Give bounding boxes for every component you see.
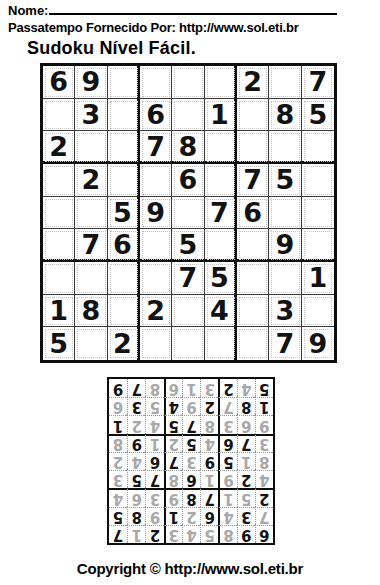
sudoku-worksheet-page: Nome: Passatempo Fornecido Por: http://w… — [0, 0, 380, 585]
puzzle-cell-r9c9[interactable]: 9 — [302, 327, 334, 360]
solution-cell-r8c5: 9 — [182, 397, 200, 415]
solution-cell-r6c8: 9 — [127, 434, 145, 452]
puzzle-cell-r8c1[interactable]: 1 — [43, 295, 75, 328]
puzzle-cell-r9c4[interactable] — [140, 327, 172, 360]
puzzle-cell-r6c3[interactable]: 6 — [108, 229, 140, 262]
puzzle-cell-r6c6[interactable] — [205, 229, 237, 262]
solution-cell-r9c6: 6 — [164, 379, 182, 397]
name-row: Nome: — [8, 2, 337, 18]
puzzle-cell-r7c3[interactable] — [108, 262, 140, 295]
puzzle-cell-r7c2[interactable] — [75, 262, 107, 295]
solution-cell-r9c7: 8 — [145, 379, 163, 397]
solution-cell-r7c6: 5 — [164, 415, 182, 433]
puzzle-cell-r2c7[interactable] — [237, 99, 269, 132]
puzzle-cell-r1c9[interactable]: 7 — [302, 66, 334, 99]
puzzle-cell-r9c3[interactable]: 2 — [108, 327, 140, 360]
solution-cell-r6c7: 1 — [145, 434, 163, 452]
solution-cell-r7c9: 1 — [109, 415, 127, 433]
solution-cell-r2c3: 4 — [218, 507, 236, 525]
sudoku-solution-grid-rotated: 6985432177346219852517893644291687538159… — [107, 377, 275, 545]
solution-cell-r1c9: 7 — [109, 525, 127, 543]
solution-cell-r3c9: 4 — [109, 488, 127, 506]
puzzle-cell-r8c8[interactable]: 3 — [269, 295, 301, 328]
solution-cell-r8c1: 1 — [255, 397, 273, 415]
solution-cell-r4c3: 9 — [218, 470, 236, 488]
puzzle-cell-r5c9[interactable] — [302, 197, 334, 230]
puzzle-cell-r2c9[interactable]: 5 — [302, 99, 334, 132]
solution-cell-r8c8: 3 — [127, 397, 145, 415]
puzzle-cell-r2c8[interactable]: 8 — [269, 99, 301, 132]
solution-cell-r6c3: 6 — [218, 434, 236, 452]
puzzle-cell-r5c7[interactable]: 6 — [237, 197, 269, 230]
solution-cell-r8c3: 7 — [218, 397, 236, 415]
solution-cell-r2c6: 1 — [164, 507, 182, 525]
solution-cell-r8c9: 6 — [109, 397, 127, 415]
puzzle-cell-r8c6[interactable]: 4 — [205, 295, 237, 328]
solution-cell-r1c7: 2 — [145, 525, 163, 543]
solution-cell-r3c8: 6 — [127, 488, 145, 506]
solution-cell-r7c5: 7 — [182, 415, 200, 433]
solution-cell-r6c1: 3 — [255, 434, 273, 452]
sudoku-puzzle-grid[interactable]: 692736185278267559767659751182435279 — [40, 63, 337, 363]
puzzle-cell-r9c5[interactable] — [172, 327, 204, 360]
puzzle-cell-r7c9[interactable]: 1 — [302, 262, 334, 295]
puzzle-cell-r6c5[interactable]: 5 — [172, 229, 204, 262]
solution-cell-r7c4: 8 — [200, 415, 218, 433]
puzzle-cell-r6c1[interactable] — [43, 229, 75, 262]
page-title: Sudoku Nível Fácil. — [27, 38, 196, 59]
solution-cell-r7c7: 4 — [145, 415, 163, 433]
puzzle-cell-r3c2[interactable] — [75, 131, 107, 164]
solution-cell-r3c5: 8 — [182, 488, 200, 506]
solution-cell-r6c4: 4 — [200, 434, 218, 452]
solution-cell-r9c3: 2 — [218, 379, 236, 397]
solution-cell-r9c8: 7 — [127, 379, 145, 397]
puzzle-cell-r3c6[interactable] — [205, 131, 237, 164]
solution-cell-r1c6: 3 — [164, 525, 182, 543]
solution-cell-r3c3: 1 — [218, 488, 236, 506]
solution-cell-r3c6: 9 — [164, 488, 182, 506]
solution-cell-r7c3: 3 — [218, 415, 236, 433]
puzzle-cell-r6c4[interactable] — [140, 229, 172, 262]
solution-cell-r5c9: 2 — [109, 452, 127, 470]
puzzle-cell-r2c6[interactable]: 1 — [205, 99, 237, 132]
solution-cell-r8c7: 5 — [145, 397, 163, 415]
solution-cell-r2c1: 7 — [255, 507, 273, 525]
puzzle-cell-r1c8[interactable] — [269, 66, 301, 99]
solution-cell-r9c5: 1 — [182, 379, 200, 397]
solution-cell-r9c9: 9 — [109, 379, 127, 397]
puzzle-cell-r5c5[interactable] — [172, 197, 204, 230]
puzzle-cell-r4c5[interactable]: 6 — [172, 164, 204, 197]
solution-cell-r1c2: 9 — [237, 525, 255, 543]
copyright-line: Copyright © http://www.sol.eti.br — [0, 560, 380, 577]
puzzle-cell-r6c7[interactable] — [237, 229, 269, 262]
solution-cell-r1c4: 5 — [200, 525, 218, 543]
puzzle-cell-r3c9[interactable] — [302, 131, 334, 164]
solution-cell-r5c8: 4 — [127, 452, 145, 470]
solution-cell-r6c5: 5 — [182, 434, 200, 452]
puzzle-cell-r4c1[interactable] — [43, 164, 75, 197]
solution-cell-r5c6: 7 — [164, 452, 182, 470]
puzzle-cell-r1c4[interactable] — [140, 66, 172, 99]
puzzle-cell-r5c4[interactable]: 9 — [140, 197, 172, 230]
solution-cell-r4c6: 8 — [164, 470, 182, 488]
solution-cell-r9c4: 3 — [200, 379, 218, 397]
solution-cell-r4c5: 6 — [182, 470, 200, 488]
puzzle-cell-r7c1[interactable] — [43, 262, 75, 295]
solution-cell-r5c2: 1 — [237, 452, 255, 470]
solution-cell-r4c1: 4 — [255, 470, 273, 488]
puzzle-cell-r7c7[interactable] — [237, 262, 269, 295]
puzzle-cell-r7c6[interactable]: 5 — [205, 262, 237, 295]
puzzle-cell-r5c6[interactable]: 7 — [205, 197, 237, 230]
puzzle-cell-r6c2[interactable]: 7 — [75, 229, 107, 262]
solution-cell-r4c4: 1 — [200, 470, 218, 488]
solution-cell-r3c2: 5 — [237, 488, 255, 506]
solution-cell-r1c5: 4 — [182, 525, 200, 543]
solution-cell-r7c2: 6 — [237, 415, 255, 433]
solution-cell-r4c2: 2 — [237, 470, 255, 488]
puzzle-cell-r6c8[interactable]: 9 — [269, 229, 301, 262]
puzzle-cell-r9c2[interactable] — [75, 327, 107, 360]
solution-cell-r3c7: 3 — [145, 488, 163, 506]
puzzle-cell-r4c7[interactable]: 7 — [237, 164, 269, 197]
solution-cell-r5c5: 3 — [182, 452, 200, 470]
provider-line: Passatempo Fornecido Por: http://www.sol… — [8, 20, 299, 35]
solution-cell-r7c8: 2 — [127, 415, 145, 433]
puzzle-cell-r7c4[interactable] — [140, 262, 172, 295]
solution-cell-r4c9: 3 — [109, 470, 127, 488]
puzzle-cell-r8c4[interactable]: 2 — [140, 295, 172, 328]
puzzle-cell-r1c3[interactable] — [108, 66, 140, 99]
solution-cell-r6c9: 8 — [109, 434, 127, 452]
puzzle-cell-r1c5[interactable] — [172, 66, 204, 99]
puzzle-cell-r8c2[interactable]: 8 — [75, 295, 107, 328]
solution-cell-r9c2: 4 — [237, 379, 255, 397]
puzzle-cell-r4c2[interactable]: 2 — [75, 164, 107, 197]
solution-cell-r2c9: 5 — [109, 507, 127, 525]
puzzle-cell-r3c8[interactable] — [269, 131, 301, 164]
solution-cell-r1c8: 1 — [127, 525, 145, 543]
solution-cell-r1c3: 8 — [218, 525, 236, 543]
solution-cell-r7c1: 9 — [255, 415, 273, 433]
puzzle-cell-r2c4[interactable]: 6 — [140, 99, 172, 132]
solution-cell-r5c3: 5 — [218, 452, 236, 470]
solution-cell-r9c1: 5 — [255, 379, 273, 397]
puzzle-cell-r9c6[interactable] — [205, 327, 237, 360]
puzzle-cell-r2c1[interactable] — [43, 99, 75, 132]
puzzle-cell-r7c8[interactable] — [269, 262, 301, 295]
puzzle-cell-r8c5[interactable] — [172, 295, 204, 328]
puzzle-cell-r4c9[interactable] — [302, 164, 334, 197]
solution-cell-r2c7: 9 — [145, 507, 163, 525]
solution-cell-r4c8: 5 — [127, 470, 145, 488]
puzzle-cell-r1c1[interactable]: 6 — [43, 66, 75, 99]
solution-cell-r8c4: 2 — [200, 397, 218, 415]
solution-cell-r5c1: 8 — [255, 452, 273, 470]
puzzle-cell-r3c1[interactable]: 2 — [43, 131, 75, 164]
puzzle-cell-r3c5[interactable]: 8 — [172, 131, 204, 164]
solution-cell-r2c4: 6 — [200, 507, 218, 525]
solution-cell-r5c4: 9 — [200, 452, 218, 470]
puzzle-cell-r5c3[interactable]: 5 — [108, 197, 140, 230]
puzzle-cell-r5c2[interactable] — [75, 197, 107, 230]
puzzle-cell-r7c5[interactable]: 7 — [172, 262, 204, 295]
puzzle-cell-r4c3[interactable] — [108, 164, 140, 197]
solution-cell-r3c1: 2 — [255, 488, 273, 506]
puzzle-cell-r9c1[interactable]: 5 — [43, 327, 75, 360]
solution-cell-r6c2: 7 — [237, 434, 255, 452]
name-fill-line — [49, 2, 337, 15]
puzzle-cell-r3c3[interactable] — [108, 131, 140, 164]
puzzle-cell-r2c5[interactable] — [172, 99, 204, 132]
puzzle-cell-r4c4[interactable] — [140, 164, 172, 197]
solution-cell-r8c6: 4 — [164, 397, 182, 415]
solution-cell-r4c7: 7 — [145, 470, 163, 488]
solution-cell-r5c7: 6 — [145, 452, 163, 470]
puzzle-cell-r6c9[interactable] — [302, 229, 334, 262]
solution-cell-r1c1: 6 — [255, 525, 273, 543]
puzzle-cell-r3c7[interactable] — [237, 131, 269, 164]
puzzle-cell-r1c7[interactable]: 2 — [237, 66, 269, 99]
name-label: Nome: — [8, 3, 48, 18]
solution-cell-r2c2: 3 — [237, 507, 255, 525]
puzzle-cell-r3c4[interactable]: 7 — [140, 131, 172, 164]
puzzle-cell-r8c7[interactable] — [237, 295, 269, 328]
puzzle-cell-r8c3[interactable] — [108, 295, 140, 328]
solution-cell-r2c8: 8 — [127, 507, 145, 525]
puzzle-cell-r2c3[interactable] — [108, 99, 140, 132]
puzzle-cell-r5c1[interactable] — [43, 197, 75, 230]
puzzle-cell-r4c8[interactable]: 5 — [269, 164, 301, 197]
puzzle-cell-r8c9[interactable] — [302, 295, 334, 328]
solution-cell-r6c6: 2 — [164, 434, 182, 452]
solution-cell-r3c4: 7 — [200, 488, 218, 506]
solution-cell-r2c5: 2 — [182, 507, 200, 525]
puzzle-cell-r5c8[interactable] — [269, 197, 301, 230]
puzzle-cell-r1c2[interactable]: 9 — [75, 66, 107, 99]
puzzle-cell-r4c6[interactable] — [205, 164, 237, 197]
puzzle-cell-r9c7[interactable] — [237, 327, 269, 360]
solution-cell-r8c2: 8 — [237, 397, 255, 415]
puzzle-cell-r9c8[interactable]: 7 — [269, 327, 301, 360]
puzzle-cell-r1c6[interactable] — [205, 66, 237, 99]
puzzle-cell-r2c2[interactable]: 3 — [75, 99, 107, 132]
